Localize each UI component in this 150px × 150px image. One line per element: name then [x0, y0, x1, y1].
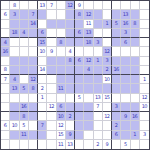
cell-r7c12[interactable]: 16	[112, 66, 121, 75]
cell-r11c7[interactable]	[66, 103, 75, 112]
cell-r7c2[interactable]	[20, 66, 29, 75]
cell-r4c13[interactable]: 6	[121, 38, 130, 47]
cell-r11c14[interactable]	[131, 103, 140, 112]
cell-r9c10[interactable]	[94, 84, 103, 93]
cell-r14c13[interactable]	[121, 131, 130, 140]
cell-r6c1[interactable]	[10, 57, 19, 66]
cell-r11c12[interactable]: 3	[112, 103, 121, 112]
cell-r0c6[interactable]	[57, 1, 66, 10]
cell-r4c12[interactable]	[112, 38, 121, 47]
cell-r3c5[interactable]	[47, 29, 56, 38]
cell-r7c8[interactable]	[75, 66, 84, 75]
cell-r13c10[interactable]	[94, 121, 103, 130]
cell-r12c2[interactable]: 8	[20, 112, 29, 121]
cell-r5c7[interactable]: 4	[66, 47, 75, 56]
cell-r1c3[interactable]: 7	[29, 10, 38, 19]
cell-r14c14[interactable]: 1	[131, 131, 140, 140]
cell-r4c10[interactable]: 3	[94, 38, 103, 47]
cell-r11c10[interactable]: 7	[94, 103, 103, 112]
cell-r8c3[interactable]: 12	[29, 75, 38, 84]
cell-r0c13[interactable]	[121, 1, 130, 10]
cell-r6c12[interactable]	[112, 57, 121, 66]
cell-r10c6[interactable]	[57, 94, 66, 103]
cell-r0c7[interactable]: 12	[66, 1, 75, 10]
cell-r6c3[interactable]	[29, 57, 38, 66]
cell-r5c15[interactable]	[140, 47, 149, 56]
cell-r2c6[interactable]	[57, 20, 66, 29]
cell-r0c0[interactable]	[1, 1, 10, 10]
cell-r2c7[interactable]	[66, 20, 75, 29]
cell-r1c8[interactable]: 8	[75, 10, 84, 19]
cell-r11c8[interactable]	[75, 103, 84, 112]
cell-r10c11[interactable]: 15	[103, 94, 112, 103]
cell-r10c14[interactable]	[131, 94, 140, 103]
cell-r8c15[interactable]: 1	[140, 75, 149, 84]
cell-r2c13[interactable]: 16	[121, 20, 130, 29]
cell-r7c4[interactable]: 14	[38, 66, 47, 75]
cell-r4c6[interactable]: 8	[57, 38, 66, 47]
cell-r14c9[interactable]	[84, 131, 93, 140]
cell-r15c4[interactable]	[38, 140, 47, 149]
cell-r3c10[interactable]	[94, 29, 103, 38]
cell-r3c2[interactable]: 4	[20, 29, 29, 38]
cell-r8c11[interactable]: 10	[103, 75, 112, 84]
cell-r0c10[interactable]	[94, 1, 103, 10]
cell-r11c13[interactable]	[121, 103, 130, 112]
cell-r9c8[interactable]	[75, 84, 84, 93]
cell-r13c11[interactable]	[103, 121, 112, 130]
cell-r9c4[interactable]: 2	[38, 84, 47, 93]
cell-r2c4[interactable]	[38, 20, 47, 29]
cell-r5c6[interactable]	[57, 47, 66, 56]
cell-r10c5[interactable]	[47, 94, 56, 103]
cell-r5c12[interactable]	[112, 47, 121, 56]
cell-r3c14[interactable]	[131, 29, 140, 38]
cell-r2c12[interactable]: 5	[112, 20, 121, 29]
cell-r0c12[interactable]	[112, 1, 121, 10]
cell-r4c1[interactable]	[10, 38, 19, 47]
cell-r9c1[interactable]: 13	[10, 84, 19, 93]
cell-r8c12[interactable]	[112, 75, 121, 84]
cell-r1c13[interactable]: 13	[121, 10, 130, 19]
cell-r13c1[interactable]: 10	[10, 121, 19, 130]
cell-r14c10[interactable]	[94, 131, 103, 140]
cell-r6c10[interactable]: 1	[94, 57, 103, 66]
cell-r12c13[interactable]: 9	[121, 112, 130, 121]
cell-r10c7[interactable]	[66, 94, 75, 103]
cell-r7c13[interactable]	[121, 66, 130, 75]
cell-r14c2[interactable]: 11	[20, 131, 29, 140]
cell-r0c11[interactable]	[103, 1, 112, 10]
cell-r3c3[interactable]	[29, 29, 38, 38]
cell-r15c15[interactable]	[140, 140, 149, 149]
cell-r8c1[interactable]: 4	[10, 75, 19, 84]
cell-r13c14[interactable]	[131, 121, 140, 130]
cell-r1c15[interactable]	[140, 10, 149, 19]
cell-r8c10[interactable]	[94, 75, 103, 84]
cell-r15c13[interactable]: 5	[121, 140, 130, 149]
cell-r14c7[interactable]: 9	[66, 131, 75, 140]
cell-r9c12[interactable]	[112, 84, 121, 93]
cell-r8c5[interactable]	[47, 75, 56, 84]
cell-r11c1[interactable]	[10, 103, 19, 112]
cell-r4c7[interactable]	[66, 38, 75, 47]
cell-r10c12[interactable]	[112, 94, 121, 103]
cell-r15c14[interactable]	[131, 140, 140, 149]
cell-r13c13[interactable]	[121, 121, 130, 130]
cell-r12c14[interactable]: 16	[131, 112, 140, 121]
cell-r4c11[interactable]	[103, 38, 112, 47]
cell-r1c12[interactable]	[112, 10, 121, 19]
cell-r15c11[interactable]: 9	[103, 140, 112, 149]
cell-r3c7[interactable]	[66, 29, 75, 38]
cell-r7c0[interactable]: 8	[1, 66, 10, 75]
cell-r7c15[interactable]	[140, 66, 149, 75]
cell-r13c3[interactable]	[29, 121, 38, 130]
cell-r14c3[interactable]	[29, 131, 38, 140]
cell-r1c7[interactable]	[66, 10, 75, 19]
cell-r6c13[interactable]	[121, 57, 130, 66]
cell-r2c1[interactable]	[10, 20, 19, 29]
cell-r6c9[interactable]: 12	[84, 57, 93, 66]
cell-r1c10[interactable]	[94, 10, 103, 19]
cell-r13c7[interactable]	[66, 121, 75, 130]
cell-r8c2[interactable]	[20, 75, 29, 84]
cell-r8c14[interactable]	[131, 75, 140, 84]
cell-r7c6[interactable]	[57, 66, 66, 75]
cell-r15c0[interactable]	[1, 140, 10, 149]
sudoku-board: 8137129637812131411151681846613341581836…	[0, 0, 150, 150]
cell-r7c9[interactable]: 4	[84, 66, 93, 75]
cell-r1c0[interactable]: 6	[1, 10, 10, 19]
cell-r6c8[interactable]: 6	[75, 57, 84, 66]
cell-r14c11[interactable]	[103, 131, 112, 140]
cell-r9c2[interactable]: 5	[20, 84, 29, 93]
cell-r12c4[interactable]	[38, 112, 47, 121]
cell-r10c8[interactable]: 5	[75, 94, 84, 103]
cell-r4c8[interactable]	[75, 38, 84, 47]
cell-r0c1[interactable]: 8	[10, 1, 19, 10]
cell-r0c14[interactable]	[131, 1, 140, 10]
cell-r7c1[interactable]	[10, 66, 19, 75]
cell-r0c8[interactable]: 9	[75, 1, 84, 10]
cell-r13c8[interactable]	[75, 121, 84, 130]
cell-r10c3[interactable]	[29, 94, 38, 103]
cell-r12c1[interactable]	[10, 112, 19, 121]
cell-r10c15[interactable]: 12	[140, 94, 149, 103]
cell-r5c11[interactable]: 12	[103, 47, 112, 56]
cell-r2c9[interactable]: 11	[84, 20, 93, 29]
cell-r3c0[interactable]	[1, 29, 10, 38]
cell-r14c6[interactable]: 15	[57, 131, 66, 140]
cell-r9c6[interactable]: 11	[57, 84, 66, 93]
cell-r15c1[interactable]	[10, 140, 19, 149]
cell-r13c6[interactable]: 12	[57, 121, 66, 130]
cell-r3c4[interactable]: 6	[38, 29, 47, 38]
cell-r12c11[interactable]: 12	[103, 112, 112, 121]
cell-r10c9[interactable]	[84, 94, 93, 103]
cell-r2c14[interactable]: 8	[131, 20, 140, 29]
cell-r9c11[interactable]	[103, 84, 112, 93]
cell-r13c0[interactable]: 6	[1, 121, 10, 130]
cell-r1c6[interactable]	[57, 10, 66, 19]
cell-r3c9[interactable]: 13	[84, 29, 93, 38]
cell-r6c15[interactable]	[140, 57, 149, 66]
cell-r0c9[interactable]	[84, 1, 93, 10]
cell-r11c6[interactable]: 6	[57, 103, 66, 112]
cell-r10c2[interactable]	[20, 94, 29, 103]
cell-r12c3[interactable]	[29, 112, 38, 121]
cell-r3c12[interactable]	[112, 29, 121, 38]
cell-r0c2[interactable]	[20, 1, 29, 10]
cell-r4c4[interactable]: 15	[38, 38, 47, 47]
cell-r12c12[interactable]	[112, 112, 121, 121]
cell-r9c15[interactable]	[140, 84, 149, 93]
cell-r6c7[interactable]: 8	[66, 57, 75, 66]
cell-r3c8[interactable]: 6	[75, 29, 84, 38]
cell-r15c9[interactable]	[84, 140, 93, 149]
cell-r0c3[interactable]	[29, 1, 38, 10]
cell-r1c2[interactable]	[20, 10, 29, 19]
cell-r9c13[interactable]	[121, 84, 130, 93]
cell-r6c4[interactable]	[38, 57, 47, 66]
cell-r2c2[interactable]	[20, 20, 29, 29]
cell-r9c14[interactable]	[131, 84, 140, 93]
cell-r5c2[interactable]	[20, 47, 29, 56]
cell-r9c7[interactable]	[66, 84, 75, 93]
cell-r12c9[interactable]	[84, 112, 93, 121]
cell-r8c0[interactable]: 7	[1, 75, 10, 84]
cell-r8c7[interactable]	[66, 75, 75, 84]
cell-r13c4[interactable]: 7	[38, 121, 47, 130]
cell-r14c4[interactable]	[38, 131, 47, 140]
cell-r14c15[interactable]: 3	[140, 131, 149, 140]
cell-r2c10[interactable]	[94, 20, 103, 29]
cell-r12c10[interactable]	[94, 112, 103, 121]
cell-r15c10[interactable]: 2	[94, 140, 103, 149]
cell-r8c13[interactable]	[121, 75, 130, 84]
cell-r3c13[interactable]: 3	[121, 29, 130, 38]
cell-r4c14[interactable]	[131, 38, 140, 47]
cell-r15c7[interactable]: 13	[66, 140, 75, 149]
cell-r7c11[interactable]: 2	[103, 66, 112, 75]
cell-r13c12[interactable]: 2	[112, 121, 121, 130]
cell-r7c3[interactable]	[29, 66, 38, 75]
cell-r12c0[interactable]	[1, 112, 10, 121]
cell-r3c15[interactable]	[140, 29, 149, 38]
cell-r13c15[interactable]	[140, 121, 149, 130]
cell-r15c12[interactable]	[112, 140, 121, 149]
cell-r5c8[interactable]	[75, 47, 84, 56]
cell-r6c5[interactable]	[47, 57, 56, 66]
cell-r11c9[interactable]	[84, 103, 93, 112]
cell-r0c15[interactable]	[140, 1, 149, 10]
cell-r5c3[interactable]	[29, 47, 38, 56]
cell-r6c6[interactable]	[57, 57, 66, 66]
cell-r14c8[interactable]	[75, 131, 84, 140]
cell-r5c1[interactable]	[10, 47, 19, 56]
cell-r8c8[interactable]	[75, 75, 84, 84]
cell-r4c0[interactable]: 4	[1, 38, 10, 47]
cell-r9c9[interactable]	[84, 84, 93, 93]
cell-r9c3[interactable]: 8	[29, 84, 38, 93]
cell-r11c5[interactable]: 12	[47, 103, 56, 112]
cell-r11c3[interactable]	[29, 103, 38, 112]
cell-r5c5[interactable]: 9	[47, 47, 56, 56]
cell-r5c10[interactable]	[94, 47, 103, 56]
cell-r3c6[interactable]	[57, 29, 66, 38]
cell-r5c0[interactable]: 16	[1, 47, 10, 56]
cell-r13c5[interactable]	[47, 121, 56, 130]
cell-r1c14[interactable]	[131, 10, 140, 19]
cell-r13c2[interactable]: 5	[20, 121, 29, 130]
cell-r12c6[interactable]: 10	[57, 112, 66, 121]
cell-r5c9[interactable]	[84, 47, 93, 56]
cell-r12c7[interactable]: 2	[66, 112, 75, 121]
cell-r14c5[interactable]	[47, 131, 56, 140]
cell-r5c14[interactable]	[131, 47, 140, 56]
cell-r8c6[interactable]	[57, 75, 66, 84]
cell-r4c5[interactable]	[47, 38, 56, 47]
cell-r3c11[interactable]	[103, 29, 112, 38]
cell-r4c15[interactable]	[140, 38, 149, 47]
cell-r11c2[interactable]: 16	[20, 103, 29, 112]
cell-r12c15[interactable]	[140, 112, 149, 121]
cell-r12c5[interactable]	[47, 112, 56, 121]
cell-r9c0[interactable]	[1, 84, 10, 93]
cell-r0c5[interactable]: 7	[47, 1, 56, 10]
cell-r6c0[interactable]	[1, 57, 10, 66]
cell-r1c11[interactable]	[103, 10, 112, 19]
cell-r10c1[interactable]	[10, 94, 19, 103]
cell-r14c12[interactable]: 6	[112, 131, 121, 140]
cell-r10c0[interactable]	[1, 94, 10, 103]
cell-r11c11[interactable]	[103, 103, 112, 112]
cell-r12c8[interactable]	[75, 112, 84, 121]
cell-r1c9[interactable]: 12	[84, 10, 93, 19]
cell-r6c11[interactable]: 3	[103, 57, 112, 66]
cell-r2c3[interactable]: 14	[29, 20, 38, 29]
cell-r15c3[interactable]	[29, 140, 38, 149]
cell-r4c3[interactable]	[29, 38, 38, 47]
cell-r8c4[interactable]	[38, 75, 47, 84]
cell-r7c7[interactable]	[66, 66, 75, 75]
cell-r1c5[interactable]	[47, 10, 56, 19]
cell-r2c0[interactable]	[1, 20, 10, 29]
cell-r2c11[interactable]: 1	[103, 20, 112, 29]
cell-r0c4[interactable]: 13	[38, 1, 47, 10]
cell-r15c8[interactable]	[75, 140, 84, 149]
cell-r10c13[interactable]	[121, 94, 130, 103]
cell-r10c4[interactable]: 1	[38, 94, 47, 103]
cell-r7c10[interactable]	[94, 66, 103, 75]
cell-r1c1[interactable]: 3	[10, 10, 19, 19]
cell-r8c9[interactable]	[84, 75, 93, 84]
cell-r5c13[interactable]	[121, 47, 130, 56]
cell-r6c14[interactable]	[131, 57, 140, 66]
cell-r15c5[interactable]	[47, 140, 56, 149]
cell-r11c4[interactable]	[38, 103, 47, 112]
cell-r5c4[interactable]: 10	[38, 47, 47, 56]
cell-r6c2[interactable]	[20, 57, 29, 66]
cell-r3c1[interactable]: 18	[10, 29, 19, 38]
cell-r7c14[interactable]	[131, 66, 140, 75]
cell-r10c10[interactable]: 13	[94, 94, 103, 103]
cell-r7c5[interactable]	[47, 66, 56, 75]
cell-r13c9[interactable]	[84, 121, 93, 130]
cell-r1c4[interactable]	[38, 10, 47, 19]
cell-r14c0[interactable]	[1, 131, 10, 140]
cell-r14c1[interactable]	[10, 131, 19, 140]
cell-r2c5[interactable]	[47, 20, 56, 29]
cell-r4c9[interactable]: 18	[84, 38, 93, 47]
cell-r11c15[interactable]: 10	[140, 103, 149, 112]
cell-r2c8[interactable]	[75, 20, 84, 29]
cell-r9c5[interactable]	[47, 84, 56, 93]
cell-r15c2[interactable]	[20, 140, 29, 149]
cell-r4c2[interactable]	[20, 38, 29, 47]
cell-r11c0[interactable]	[1, 103, 10, 112]
cell-r2c15[interactable]	[140, 20, 149, 29]
cell-r15c6[interactable]: 11	[57, 140, 66, 149]
